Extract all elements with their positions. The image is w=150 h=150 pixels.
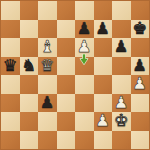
square-b7[interactable] <box>20 20 39 39</box>
square-a4[interactable] <box>1 75 20 94</box>
white-pawn-piece[interactable]: ♟ <box>114 94 129 111</box>
square-c2[interactable] <box>38 112 57 131</box>
black-pawn-piece[interactable]: ♟ <box>132 57 147 74</box>
square-b8[interactable] <box>20 1 39 20</box>
white-bishop-piece[interactable]: ♝ <box>40 39 55 56</box>
square-e5[interactable] <box>75 57 94 76</box>
square-d5[interactable] <box>57 57 76 76</box>
square-g8[interactable] <box>112 1 131 20</box>
square-h1[interactable] <box>131 131 150 150</box>
square-d7[interactable] <box>57 20 76 39</box>
square-d1[interactable] <box>57 131 76 150</box>
square-b5[interactable]: ♞ <box>20 57 39 76</box>
square-g4[interactable] <box>112 75 131 94</box>
square-f3[interactable] <box>94 94 113 113</box>
square-h8[interactable] <box>131 1 150 20</box>
square-h2[interactable] <box>131 112 150 131</box>
square-a3[interactable] <box>1 94 20 113</box>
square-a2[interactable] <box>1 112 20 131</box>
square-e3[interactable] <box>75 94 94 113</box>
square-b2[interactable] <box>20 112 39 131</box>
square-g6[interactable]: ♟ <box>112 38 131 57</box>
white-pawn-piece[interactable]: ♟ <box>132 76 147 93</box>
square-f6[interactable] <box>94 38 113 57</box>
black-pawn-piece[interactable]: ♟ <box>77 20 92 37</box>
square-g2[interactable]: ♚ <box>112 112 131 131</box>
square-e7[interactable]: ♟ <box>75 20 94 39</box>
square-c5[interactable]: ♛ <box>38 57 57 76</box>
black-pawn-piece[interactable]: ♟ <box>114 39 129 56</box>
white-pawn-piece[interactable]: ♟ <box>95 113 110 130</box>
square-c6[interactable]: ♝ <box>38 38 57 57</box>
square-g5[interactable] <box>112 57 131 76</box>
square-d6[interactable] <box>57 38 76 57</box>
square-h6[interactable] <box>131 38 150 57</box>
square-c4[interactable] <box>38 75 57 94</box>
square-a7[interactable] <box>1 20 20 39</box>
square-d4[interactable] <box>57 75 76 94</box>
square-b6[interactable] <box>20 38 39 57</box>
square-d3[interactable] <box>57 94 76 113</box>
square-b1[interactable] <box>20 131 39 150</box>
square-e4[interactable] <box>75 75 94 94</box>
square-h5[interactable]: ♟ <box>131 57 150 76</box>
chess-board[interactable]: ♟♟♚♝♟♟♛♞♛♟♟♟♟♟♚ <box>0 0 150 150</box>
square-b3[interactable] <box>20 94 39 113</box>
square-h3[interactable] <box>131 94 150 113</box>
white-queen-piece[interactable]: ♛ <box>40 57 55 74</box>
square-h7[interactable]: ♚ <box>131 20 150 39</box>
square-e2[interactable] <box>75 112 94 131</box>
square-e8[interactable] <box>75 1 94 20</box>
black-king-piece[interactable]: ♚ <box>132 20 147 37</box>
square-c8[interactable] <box>38 1 57 20</box>
square-a6[interactable] <box>1 38 20 57</box>
square-f1[interactable] <box>94 131 113 150</box>
square-f4[interactable] <box>94 75 113 94</box>
black-pawn-piece[interactable]: ♟ <box>95 20 110 37</box>
square-a8[interactable] <box>1 1 20 20</box>
white-pawn-piece[interactable]: ♟ <box>77 39 92 56</box>
square-h4[interactable]: ♟ <box>131 75 150 94</box>
square-e6[interactable]: ♟ <box>75 38 94 57</box>
square-a1[interactable] <box>1 131 20 150</box>
black-queen-piece[interactable]: ♛ <box>3 57 18 74</box>
square-e1[interactable] <box>75 131 94 150</box>
square-c7[interactable] <box>38 20 57 39</box>
square-f2[interactable]: ♟ <box>94 112 113 131</box>
square-a5[interactable]: ♛ <box>1 57 20 76</box>
square-d2[interactable] <box>57 112 76 131</box>
square-g7[interactable] <box>112 20 131 39</box>
square-d8[interactable] <box>57 1 76 20</box>
square-c3[interactable]: ♟ <box>38 94 57 113</box>
square-f5[interactable] <box>94 57 113 76</box>
square-g1[interactable] <box>112 131 131 150</box>
square-f8[interactable] <box>94 1 113 20</box>
square-c1[interactable] <box>38 131 57 150</box>
square-g3[interactable]: ♟ <box>112 94 131 113</box>
black-pawn-piece[interactable]: ♟ <box>40 94 55 111</box>
white-king-piece[interactable]: ♚ <box>114 113 129 130</box>
black-knight-piece[interactable]: ♞ <box>21 57 36 74</box>
square-f7[interactable]: ♟ <box>94 20 113 39</box>
square-b4[interactable] <box>20 75 39 94</box>
